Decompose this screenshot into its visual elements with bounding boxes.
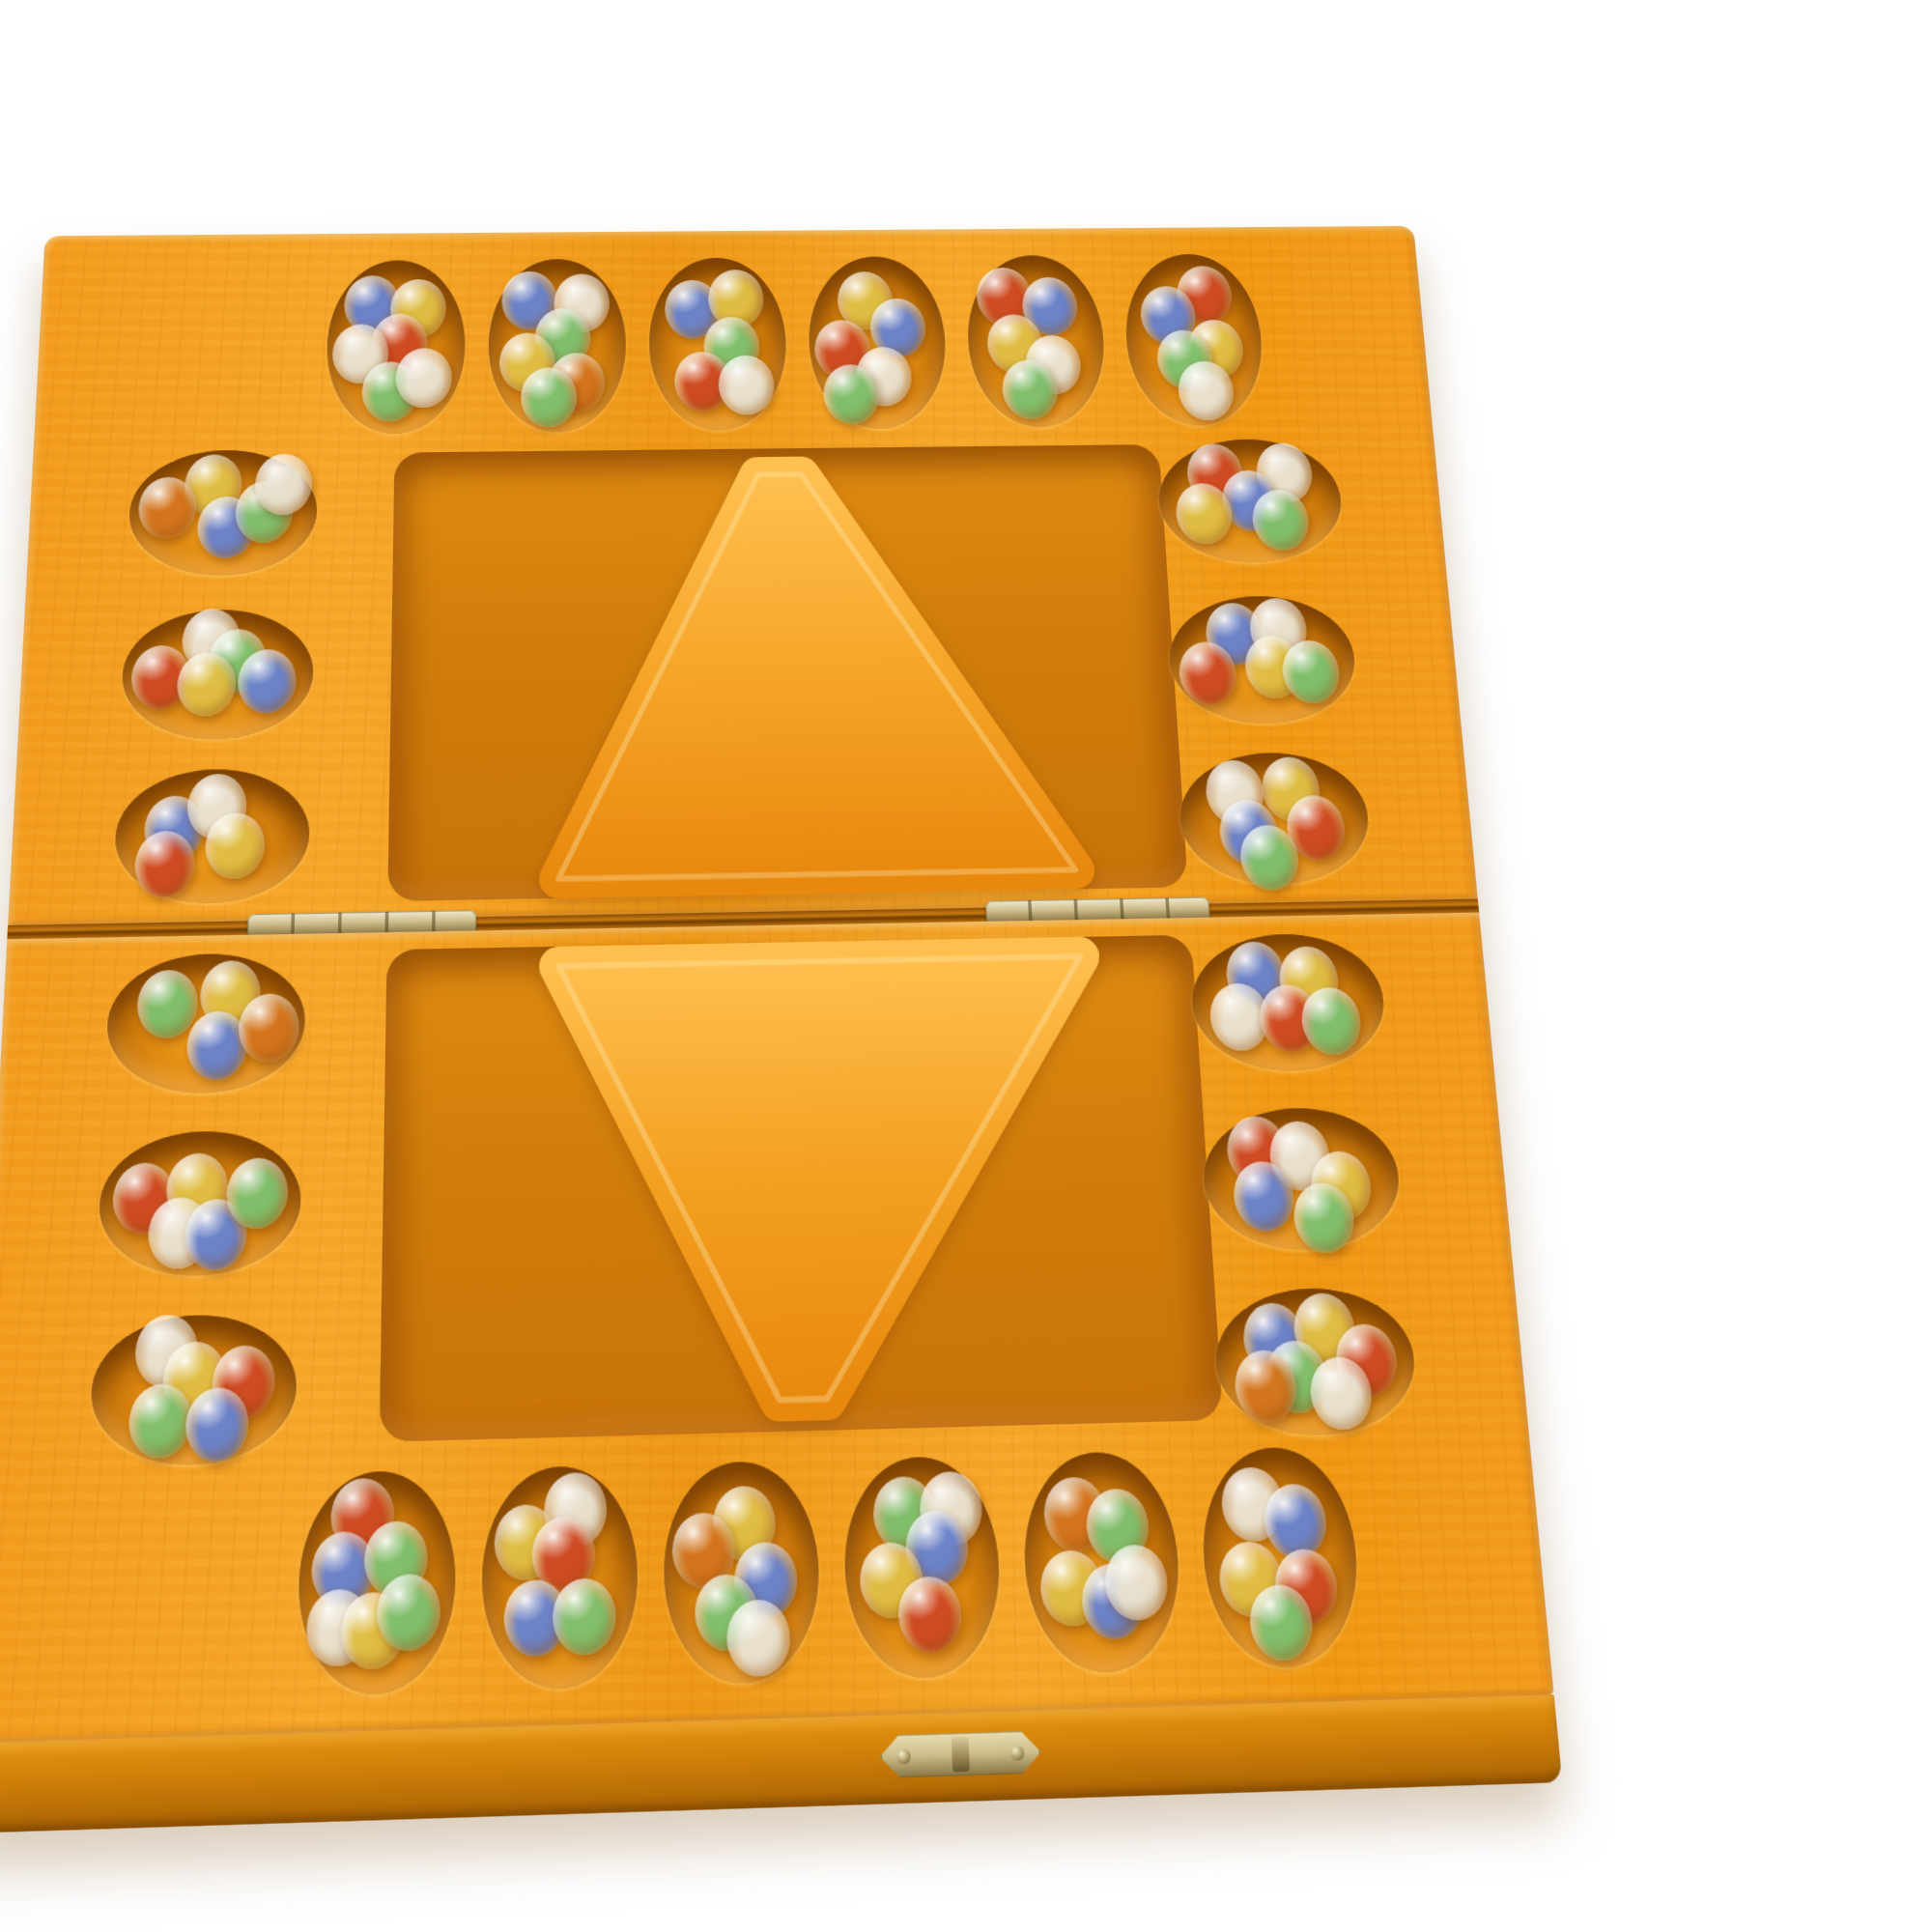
marble-blue[interactable] <box>237 649 297 714</box>
marble-yellow[interactable] <box>205 812 266 879</box>
marble-clear[interactable] <box>726 1599 791 1677</box>
store-upper-right[interactable] <box>855 455 1182 885</box>
pit-lower-bottom-3[interactable] <box>663 1460 821 1686</box>
board-leaf-lower <box>0 913 1554 1744</box>
pit-lower-bottom-2[interactable] <box>481 1464 639 1691</box>
pit-lower-right-2[interactable] <box>1200 1106 1405 1252</box>
marble-green[interactable] <box>136 970 199 1039</box>
pit-upper-top-1[interactable] <box>326 260 466 435</box>
pit-upper-right-2[interactable] <box>1166 595 1360 724</box>
mancala-board <box>0 226 1562 1833</box>
marble-green[interactable] <box>521 367 577 427</box>
pit-upper-left-2[interactable] <box>120 609 315 741</box>
pit-upper-left-3[interactable] <box>113 768 311 905</box>
store-upper-left[interactable] <box>393 460 739 894</box>
board-leaf-upper <box>8 226 1478 925</box>
pit-lower-bottom-6[interactable] <box>1197 1446 1364 1669</box>
marble-orange[interactable] <box>137 477 197 539</box>
pit-lower-left-3[interactable] <box>88 1313 298 1467</box>
marble-clear[interactable] <box>718 355 775 414</box>
pit-upper-top-6[interactable] <box>1122 254 1268 427</box>
marble-blue[interactable] <box>1263 1483 1329 1559</box>
pit-lower-bottom-1[interactable] <box>297 1469 456 1696</box>
marble-orange[interactable] <box>238 993 299 1063</box>
pit-upper-left-1[interactable] <box>127 449 318 577</box>
marble-clear[interactable] <box>254 453 313 515</box>
pit-upper-top-2[interactable] <box>488 259 626 433</box>
clasp-latch[interactable] <box>879 1729 1042 1780</box>
pit-upper-right-1[interactable] <box>1155 439 1346 563</box>
pit-lower-left-2[interactable] <box>97 1129 302 1278</box>
store-lower-right[interactable] <box>871 941 1217 1420</box>
pit-upper-top-5[interactable] <box>964 255 1108 428</box>
product-photo <box>0 226 1562 1833</box>
marble-red[interactable] <box>897 1577 963 1655</box>
marble-green[interactable] <box>225 1157 289 1230</box>
marble-green[interactable] <box>376 1573 440 1651</box>
pit-lower-bottom-4[interactable] <box>841 1455 1003 1680</box>
clasp-screw-icon <box>896 1749 910 1765</box>
pit-lower-right-1[interactable] <box>1188 932 1389 1072</box>
pit-upper-right-3[interactable] <box>1176 752 1373 886</box>
pit-lower-left-1[interactable] <box>104 952 306 1095</box>
pit-lower-right-3[interactable] <box>1211 1287 1420 1438</box>
marble-green[interactable] <box>554 1577 617 1656</box>
marble-green[interactable] <box>128 1382 193 1458</box>
clasp-keeper <box>952 1737 970 1773</box>
marble-yellow[interactable] <box>176 652 237 717</box>
marble-red[interactable] <box>134 830 196 897</box>
marble-clear[interactable] <box>395 348 452 408</box>
store-lower-left[interactable] <box>385 949 751 1433</box>
pit-upper-top-4[interactable] <box>807 256 949 429</box>
clasp-screw-icon <box>1010 1746 1025 1761</box>
pit-lower-bottom-5[interactable] <box>1020 1450 1184 1674</box>
marble-green[interactable] <box>1251 489 1311 550</box>
pit-upper-top-3[interactable] <box>648 257 788 431</box>
